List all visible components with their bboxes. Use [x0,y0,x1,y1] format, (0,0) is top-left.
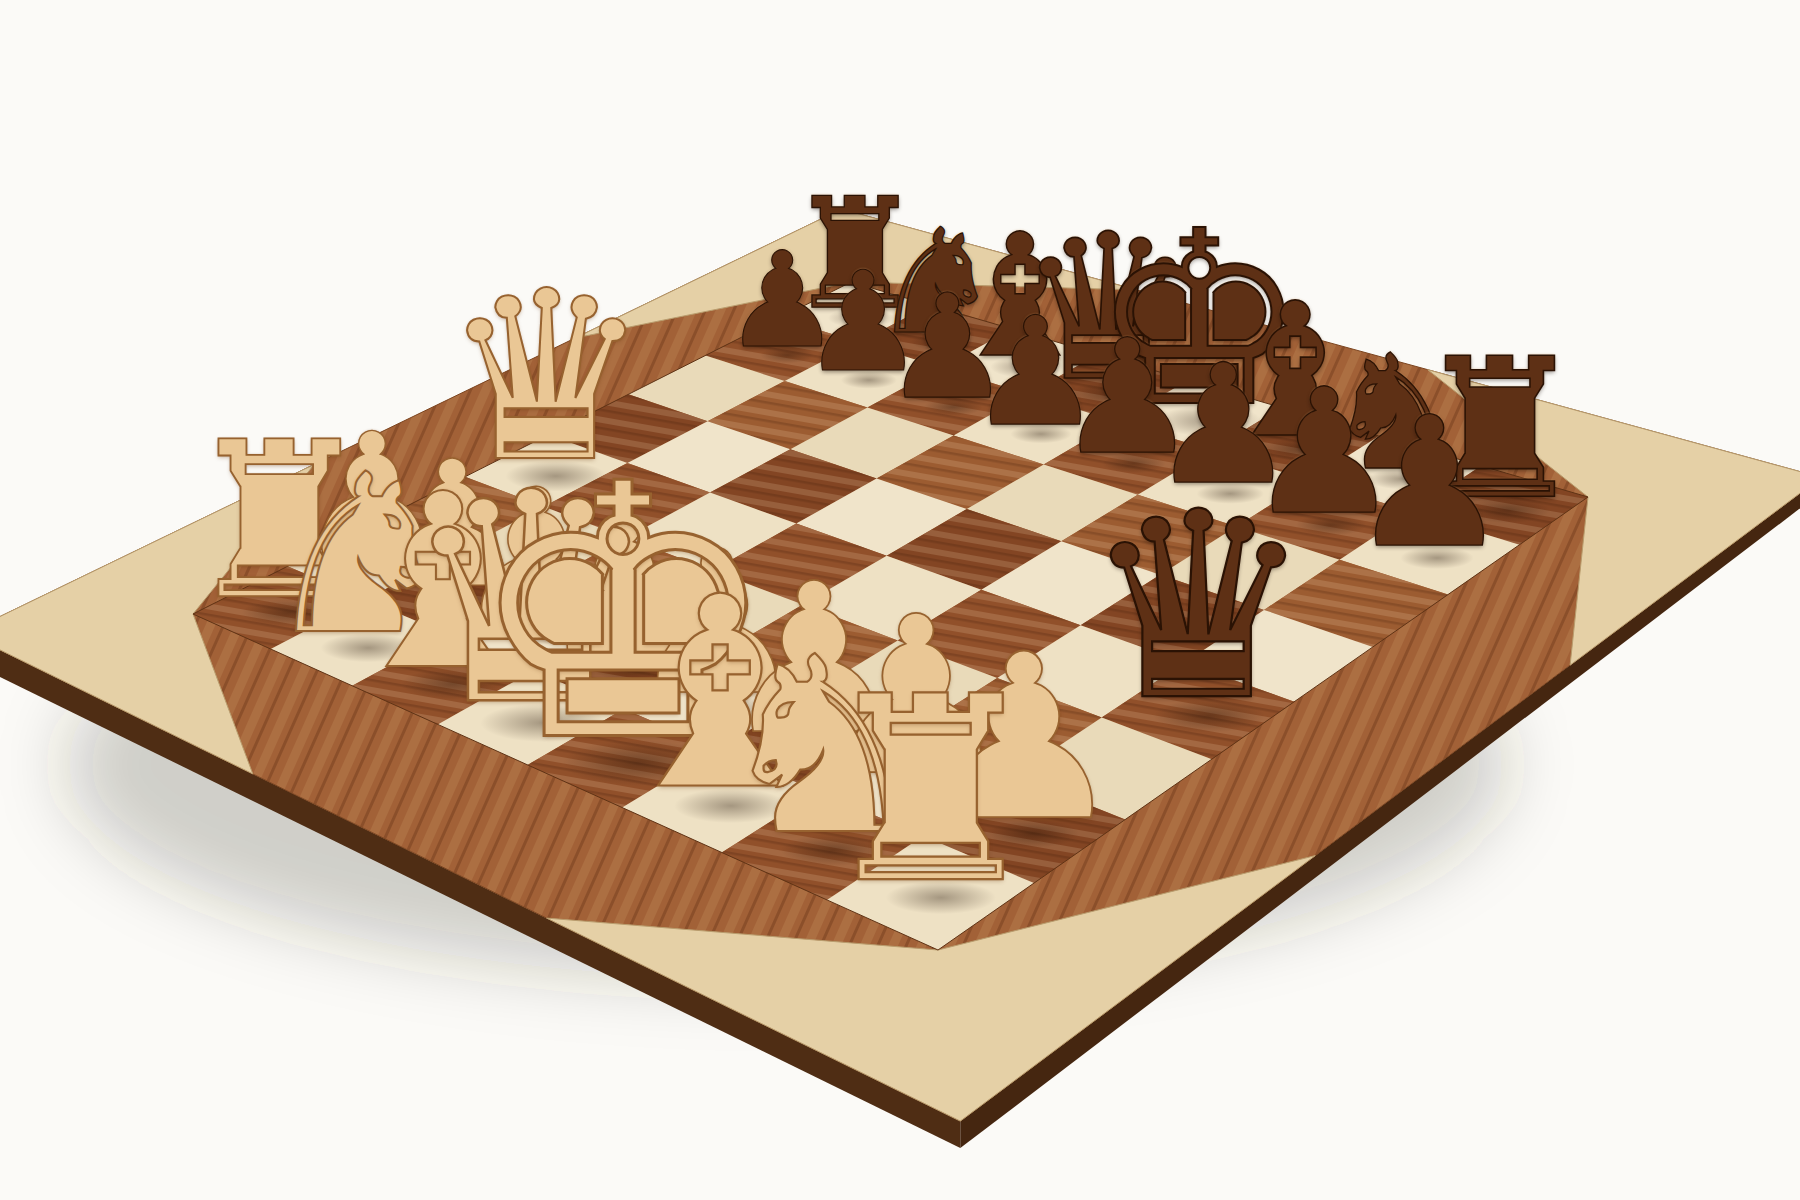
piece-white-rook-h1[interactable]: ♜ [816,661,1046,917]
piece-black-pawn-h7[interactable]: ♟ [1349,393,1510,573]
chess-photo-stage: ♜♞♝♛♚♝♞♜♟♟♟♟♟♟♟♟♛♜♞♝♛♚♝♞♜♟♟♟♟♟♟♟♟♛ [0,0,1800,1200]
